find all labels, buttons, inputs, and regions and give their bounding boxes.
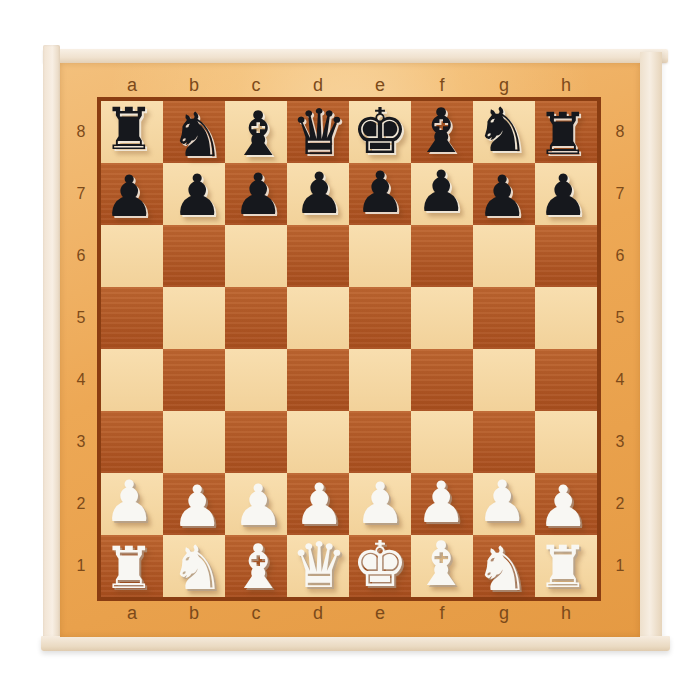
square-d6[interactable] bbox=[287, 225, 349, 287]
piece-white-pawn[interactable]: ♟ bbox=[354, 475, 405, 532]
square-f7[interactable]: ♟ bbox=[411, 163, 473, 225]
square-f1[interactable]: ♝ bbox=[411, 535, 473, 597]
square-f3[interactable] bbox=[411, 411, 473, 473]
piece-black-pawn[interactable]: ♟ bbox=[354, 164, 405, 221]
rank-label-7: 7 bbox=[603, 185, 637, 203]
rank-label-7: 7 bbox=[64, 185, 98, 203]
piece-white-bishop[interactable]: ♝ bbox=[231, 536, 286, 597]
file-label-c: c bbox=[225, 603, 287, 623]
piece-white-pawn[interactable]: ♟ bbox=[171, 478, 222, 535]
file-label-e: e bbox=[349, 75, 411, 95]
rank-labels-left: 87654321 bbox=[64, 101, 98, 597]
square-g2[interactable]: ♟ bbox=[473, 473, 535, 535]
square-h2[interactable]: ♟ bbox=[535, 473, 597, 535]
square-d5[interactable] bbox=[287, 287, 349, 349]
square-e4[interactable] bbox=[349, 349, 411, 411]
square-f4[interactable] bbox=[411, 349, 473, 411]
piece-black-rook[interactable]: ♜ bbox=[103, 100, 155, 158]
square-c8[interactable]: ♝ bbox=[225, 101, 287, 163]
square-c3[interactable] bbox=[225, 411, 287, 473]
square-e8[interactable]: ♚ bbox=[349, 101, 411, 163]
piece-black-pawn[interactable]: ♟ bbox=[476, 168, 527, 225]
piece-black-pawn[interactable]: ♟ bbox=[103, 168, 154, 225]
file-labels-top: abcdefgh bbox=[101, 75, 597, 95]
square-h6[interactable] bbox=[535, 225, 597, 287]
square-g6[interactable] bbox=[473, 225, 535, 287]
piece-white-pawn[interactable]: ♟ bbox=[103, 473, 154, 530]
rank-label-1: 1 bbox=[603, 557, 637, 575]
square-f6[interactable] bbox=[411, 225, 473, 287]
file-label-h: h bbox=[535, 603, 597, 623]
piece-white-knight[interactable]: ♞ bbox=[475, 538, 530, 599]
file-label-b: b bbox=[163, 603, 225, 623]
square-d1[interactable]: ♛ bbox=[287, 535, 349, 597]
square-g3[interactable] bbox=[473, 411, 535, 473]
square-a4[interactable] bbox=[101, 349, 163, 411]
square-g8[interactable]: ♞ bbox=[473, 101, 535, 163]
square-g7[interactable]: ♟ bbox=[473, 163, 535, 225]
square-a5[interactable] bbox=[101, 287, 163, 349]
rank-label-2: 2 bbox=[64, 495, 98, 513]
square-b3[interactable] bbox=[163, 411, 225, 473]
piece-black-bishop[interactable]: ♝ bbox=[414, 100, 469, 161]
square-h5[interactable] bbox=[535, 287, 597, 349]
square-c7[interactable]: ♟ bbox=[225, 163, 287, 225]
piece-black-knight[interactable]: ♞ bbox=[475, 99, 530, 160]
rank-label-3: 3 bbox=[64, 433, 98, 451]
square-f5[interactable] bbox=[411, 287, 473, 349]
square-h4[interactable] bbox=[535, 349, 597, 411]
square-f2[interactable]: ♟ bbox=[411, 473, 473, 535]
frame-right-rail bbox=[640, 52, 662, 638]
square-f8[interactable]: ♝ bbox=[411, 101, 473, 163]
file-label-a: a bbox=[101, 75, 163, 95]
piece-black-queen[interactable]: ♛ bbox=[291, 101, 347, 164]
file-label-a: a bbox=[101, 603, 163, 623]
square-h7[interactable]: ♟ bbox=[535, 163, 597, 225]
piece-white-pawn[interactable]: ♟ bbox=[415, 474, 466, 531]
rank-label-3: 3 bbox=[603, 433, 637, 451]
square-b5[interactable] bbox=[163, 287, 225, 349]
piece-black-pawn[interactable]: ♟ bbox=[415, 163, 466, 220]
piece-black-pawn[interactable]: ♟ bbox=[232, 166, 283, 223]
square-h1[interactable]: ♜ bbox=[535, 535, 597, 597]
square-c6[interactable] bbox=[225, 225, 287, 287]
piece-white-pawn[interactable]: ♟ bbox=[293, 476, 344, 533]
rank-label-8: 8 bbox=[64, 123, 98, 141]
square-b7[interactable]: ♟ bbox=[163, 163, 225, 225]
board-border: ♜♞♝♛♚♝♞♜♟♟♟♟♟♟♟♟♟♟♟♟♟♟♟♟♜♞♝♛♚♝♞♜ bbox=[97, 97, 601, 601]
square-d3[interactable] bbox=[287, 411, 349, 473]
file-label-d: d bbox=[287, 75, 349, 95]
piece-white-rook[interactable]: ♜ bbox=[537, 538, 589, 596]
file-label-f: f bbox=[411, 75, 473, 95]
rank-label-6: 6 bbox=[603, 247, 637, 265]
file-labels-bottom: abcdefgh bbox=[101, 603, 597, 623]
piece-black-pawn[interactable]: ♟ bbox=[537, 167, 588, 224]
square-d8[interactable]: ♛ bbox=[287, 101, 349, 163]
square-c2[interactable]: ♟ bbox=[225, 473, 287, 535]
piece-white-king[interactable]: ♚ bbox=[352, 533, 408, 596]
rank-label-2: 2 bbox=[603, 495, 637, 513]
file-label-e: e bbox=[349, 603, 411, 623]
rank-label-4: 4 bbox=[603, 371, 637, 389]
square-e2[interactable]: ♟ bbox=[349, 473, 411, 535]
piece-black-pawn[interactable]: ♟ bbox=[171, 167, 222, 224]
frame-left-rail bbox=[43, 45, 60, 651]
file-label-c: c bbox=[225, 75, 287, 95]
piece-white-rook[interactable]: ♜ bbox=[103, 539, 155, 597]
square-e1[interactable]: ♚ bbox=[349, 535, 411, 597]
piece-black-bishop[interactable]: ♝ bbox=[231, 103, 286, 164]
rank-label-4: 4 bbox=[64, 371, 98, 389]
photo-background: abcdefgh abcdefgh 87654321 87654321 ♜♞♝♛… bbox=[0, 0, 700, 700]
square-c4[interactable] bbox=[225, 349, 287, 411]
square-g4[interactable] bbox=[473, 349, 535, 411]
square-e3[interactable] bbox=[349, 411, 411, 473]
rank-label-1: 1 bbox=[64, 557, 98, 575]
rank-label-5: 5 bbox=[64, 309, 98, 327]
piece-black-rook[interactable]: ♜ bbox=[537, 105, 589, 163]
piece-white-knight[interactable]: ♞ bbox=[170, 537, 225, 598]
square-g1[interactable]: ♞ bbox=[473, 535, 535, 597]
square-b1[interactable]: ♞ bbox=[163, 535, 225, 597]
rank-label-6: 6 bbox=[64, 247, 98, 265]
square-d2[interactable]: ♟ bbox=[287, 473, 349, 535]
frame-top-rail bbox=[43, 49, 668, 63]
square-a7[interactable]: ♟ bbox=[101, 163, 163, 225]
rank-label-8: 8 bbox=[603, 123, 637, 141]
square-a1[interactable]: ♜ bbox=[101, 535, 163, 597]
square-e6[interactable] bbox=[349, 225, 411, 287]
square-g5[interactable] bbox=[473, 287, 535, 349]
file-label-d: d bbox=[287, 603, 349, 623]
file-label-g: g bbox=[473, 75, 535, 95]
square-h8[interactable]: ♜ bbox=[535, 101, 597, 163]
rank-labels-right: 87654321 bbox=[603, 101, 637, 597]
piece-white-pawn[interactable]: ♟ bbox=[537, 478, 588, 535]
piece-white-queen[interactable]: ♛ bbox=[291, 534, 347, 597]
square-e7[interactable]: ♟ bbox=[349, 163, 411, 225]
piece-white-pawn[interactable]: ♟ bbox=[232, 477, 283, 534]
rank-label-5: 5 bbox=[603, 309, 637, 327]
square-e5[interactable] bbox=[349, 287, 411, 349]
square-c1[interactable]: ♝ bbox=[225, 535, 287, 597]
piece-black-knight[interactable]: ♞ bbox=[170, 104, 225, 165]
file-label-b: b bbox=[163, 75, 225, 95]
file-label-h: h bbox=[535, 75, 597, 95]
file-label-f: f bbox=[411, 603, 473, 623]
frame-bottom-ledge bbox=[41, 636, 670, 651]
square-b6[interactable] bbox=[163, 225, 225, 287]
square-c5[interactable] bbox=[225, 287, 287, 349]
square-b8[interactable]: ♞ bbox=[163, 101, 225, 163]
square-a6[interactable] bbox=[101, 225, 163, 287]
board-field: abcdefgh abcdefgh 87654321 87654321 ♜♞♝♛… bbox=[60, 63, 640, 637]
square-d4[interactable] bbox=[287, 349, 349, 411]
square-b4[interactable] bbox=[163, 349, 225, 411]
square-h3[interactable] bbox=[535, 411, 597, 473]
square-d7[interactable]: ♟ bbox=[287, 163, 349, 225]
board-grid: ♜♞♝♛♚♝♞♜♟♟♟♟♟♟♟♟♟♟♟♟♟♟♟♟♜♞♝♛♚♝♞♜ bbox=[101, 101, 597, 597]
square-a8[interactable]: ♜ bbox=[101, 101, 163, 163]
square-a2[interactable]: ♟ bbox=[101, 473, 163, 535]
square-a3[interactable] bbox=[101, 411, 163, 473]
piece-black-king[interactable]: ♚ bbox=[352, 100, 408, 163]
file-label-g: g bbox=[473, 603, 535, 623]
piece-white-pawn[interactable]: ♟ bbox=[476, 473, 527, 530]
piece-black-pawn[interactable]: ♟ bbox=[293, 165, 344, 222]
square-b2[interactable]: ♟ bbox=[163, 473, 225, 535]
piece-white-bishop[interactable]: ♝ bbox=[414, 533, 469, 594]
